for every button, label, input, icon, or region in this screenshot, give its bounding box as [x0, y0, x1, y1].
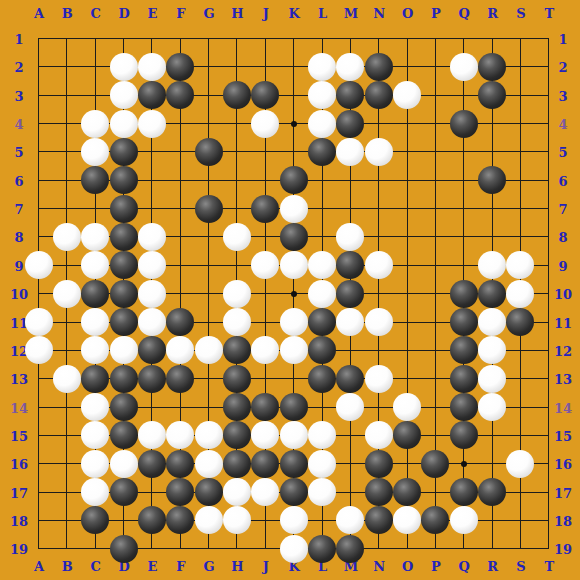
- white-stone: [138, 223, 166, 251]
- row-label-right: 16: [554, 457, 572, 472]
- row-label-left: 6: [14, 173, 23, 188]
- black-stone: [308, 308, 336, 336]
- black-stone: [336, 535, 364, 563]
- black-stone: [450, 421, 478, 449]
- row-label-right: 5: [558, 145, 567, 160]
- black-stone: [166, 308, 194, 336]
- black-stone: [110, 308, 138, 336]
- column-label-bottom: C: [91, 559, 101, 574]
- white-stone: [450, 53, 478, 81]
- grid-line-vertical: [407, 38, 408, 549]
- black-stone: [166, 450, 194, 478]
- white-stone: [308, 110, 336, 138]
- row-label-left: 16: [10, 457, 28, 472]
- column-label-top: B: [62, 6, 73, 21]
- white-stone: [81, 393, 109, 421]
- black-stone: [110, 138, 138, 166]
- white-stone: [365, 138, 393, 166]
- white-stone: [166, 336, 194, 364]
- white-stone: [25, 251, 53, 279]
- black-stone: [280, 450, 308, 478]
- row-label-right: 1: [558, 32, 567, 47]
- white-stone: [110, 336, 138, 364]
- black-stone: [110, 478, 138, 506]
- black-stone: [110, 365, 138, 393]
- black-stone: [478, 53, 506, 81]
- black-stone: [110, 223, 138, 251]
- white-stone: [223, 506, 251, 534]
- column-label-top: J: [263, 6, 269, 21]
- black-stone: [365, 53, 393, 81]
- white-stone: [280, 251, 308, 279]
- black-stone: [110, 393, 138, 421]
- column-label-bottom: T: [544, 559, 554, 574]
- column-label-top: G: [204, 6, 215, 21]
- white-stone: [223, 308, 251, 336]
- row-label-right: 10: [554, 287, 572, 302]
- row-label-right: 15: [554, 428, 572, 443]
- row-label-right: 2: [558, 60, 567, 75]
- row-label-left: 15: [10, 428, 28, 443]
- black-stone: [81, 280, 109, 308]
- white-stone: [308, 53, 336, 81]
- row-label-right: 19: [554, 542, 572, 557]
- black-stone: [280, 223, 308, 251]
- black-stone: [308, 138, 336, 166]
- column-label-top: Q: [459, 6, 470, 21]
- black-stone: [81, 166, 109, 194]
- white-stone: [308, 478, 336, 506]
- white-stone: [280, 308, 308, 336]
- row-label-left: 4: [14, 117, 23, 132]
- white-stone: [53, 280, 81, 308]
- white-stone: [53, 223, 81, 251]
- white-stone: [393, 81, 421, 109]
- black-stone: [280, 166, 308, 194]
- black-stone: [336, 251, 364, 279]
- star-point: [291, 291, 297, 297]
- white-stone: [138, 280, 166, 308]
- column-label-bottom: N: [373, 559, 385, 574]
- row-label-right: 6: [558, 173, 567, 188]
- row-label-right: 7: [558, 202, 567, 217]
- row-label-left: 13: [10, 372, 28, 387]
- white-stone: [280, 336, 308, 364]
- black-stone: [251, 450, 279, 478]
- column-label-bottom: P: [431, 559, 441, 574]
- black-stone: [336, 81, 364, 109]
- white-stone: [450, 506, 478, 534]
- white-stone: [365, 308, 393, 336]
- white-stone: [280, 195, 308, 223]
- white-stone: [81, 336, 109, 364]
- row-label-left: 2: [14, 60, 23, 75]
- black-stone: [393, 421, 421, 449]
- black-stone: [365, 506, 393, 534]
- white-stone: [25, 336, 53, 364]
- white-stone: [280, 506, 308, 534]
- column-label-top: N: [373, 6, 385, 21]
- black-stone: [138, 81, 166, 109]
- black-stone: [138, 365, 166, 393]
- black-stone: [450, 308, 478, 336]
- black-stone: [110, 166, 138, 194]
- black-stone: [81, 506, 109, 534]
- column-label-bottom: Q: [459, 559, 470, 574]
- white-stone: [308, 280, 336, 308]
- black-stone: [166, 81, 194, 109]
- column-label-bottom: R: [487, 559, 498, 574]
- row-label-right: 9: [558, 258, 567, 273]
- black-stone: [450, 478, 478, 506]
- black-stone: [251, 195, 279, 223]
- black-stone: [450, 393, 478, 421]
- column-label-bottom: A: [34, 559, 44, 574]
- column-label-top: K: [288, 6, 299, 21]
- black-stone: [195, 195, 223, 223]
- row-label-left: 18: [10, 513, 28, 528]
- white-stone: [506, 251, 534, 279]
- white-stone: [251, 251, 279, 279]
- white-stone: [251, 478, 279, 506]
- black-stone: [478, 81, 506, 109]
- black-stone: [336, 110, 364, 138]
- black-stone: [336, 365, 364, 393]
- white-stone: [506, 450, 534, 478]
- row-label-left: 10: [10, 287, 28, 302]
- black-stone: [365, 478, 393, 506]
- black-stone: [166, 478, 194, 506]
- white-stone: [81, 223, 109, 251]
- white-stone: [110, 53, 138, 81]
- black-stone: [166, 53, 194, 81]
- column-label-bottom: O: [402, 559, 413, 574]
- column-label-top: H: [231, 6, 243, 21]
- white-stone: [138, 308, 166, 336]
- column-label-top: R: [487, 6, 498, 21]
- white-stone: [110, 110, 138, 138]
- white-stone: [81, 251, 109, 279]
- black-stone: [421, 450, 449, 478]
- column-label-top: P: [431, 6, 441, 21]
- column-label-top: F: [176, 6, 185, 21]
- row-label-left: 5: [14, 145, 23, 160]
- white-stone: [81, 478, 109, 506]
- white-stone: [308, 251, 336, 279]
- black-stone: [223, 450, 251, 478]
- column-label-top: O: [402, 6, 413, 21]
- black-stone: [336, 280, 364, 308]
- white-stone: [138, 110, 166, 138]
- white-stone: [25, 308, 53, 336]
- white-stone: [336, 506, 364, 534]
- white-stone: [478, 365, 506, 393]
- white-stone: [195, 450, 223, 478]
- go-board[interactable]: AABBCCDDEEFFGGHHJJKKLLMMNNOOPPQQRRSSTT11…: [0, 0, 580, 580]
- white-stone: [138, 421, 166, 449]
- column-label-top: T: [544, 6, 554, 21]
- column-label-bottom: E: [147, 559, 157, 574]
- black-stone: [308, 535, 336, 563]
- black-stone: [280, 478, 308, 506]
- black-stone: [450, 110, 478, 138]
- white-stone: [280, 535, 308, 563]
- white-stone: [53, 365, 81, 393]
- white-stone: [223, 280, 251, 308]
- white-stone: [478, 393, 506, 421]
- column-label-top: E: [147, 6, 157, 21]
- row-label-right: 8: [558, 230, 567, 245]
- white-stone: [308, 450, 336, 478]
- row-label-right: 12: [554, 343, 572, 358]
- white-stone: [81, 421, 109, 449]
- row-label-right: 4: [558, 117, 567, 132]
- black-stone: [450, 280, 478, 308]
- white-stone: [393, 393, 421, 421]
- column-label-top: C: [91, 6, 101, 21]
- white-stone: [336, 308, 364, 336]
- white-stone: [110, 450, 138, 478]
- black-stone: [223, 393, 251, 421]
- white-stone: [195, 421, 223, 449]
- white-stone: [308, 81, 336, 109]
- black-stone: [365, 450, 393, 478]
- white-stone: [336, 138, 364, 166]
- black-stone: [506, 308, 534, 336]
- white-stone: [251, 421, 279, 449]
- black-stone: [251, 393, 279, 421]
- column-label-bottom: S: [516, 559, 525, 574]
- black-stone: [478, 280, 506, 308]
- row-label-left: 8: [14, 230, 23, 245]
- white-stone: [138, 251, 166, 279]
- row-label-right: 13: [554, 372, 572, 387]
- white-stone: [478, 251, 506, 279]
- white-stone: [478, 336, 506, 364]
- black-stone: [251, 81, 279, 109]
- row-label-left: 3: [14, 88, 23, 103]
- black-stone: [393, 478, 421, 506]
- black-stone: [110, 421, 138, 449]
- white-stone: [195, 336, 223, 364]
- white-stone: [81, 308, 109, 336]
- white-stone: [393, 506, 421, 534]
- black-stone: [478, 478, 506, 506]
- black-stone: [223, 421, 251, 449]
- white-stone: [336, 393, 364, 421]
- white-stone: [365, 365, 393, 393]
- star-point: [291, 121, 297, 127]
- black-stone: [280, 393, 308, 421]
- black-stone: [308, 365, 336, 393]
- row-label-right: 14: [554, 400, 572, 415]
- black-stone: [195, 478, 223, 506]
- white-stone: [365, 421, 393, 449]
- grid-line-vertical: [548, 38, 549, 549]
- black-stone: [110, 251, 138, 279]
- column-label-bottom: H: [231, 559, 243, 574]
- black-stone: [166, 506, 194, 534]
- column-label-top: D: [118, 6, 129, 21]
- black-stone: [195, 138, 223, 166]
- column-label-top: A: [34, 6, 44, 21]
- black-stone: [110, 280, 138, 308]
- white-stone: [280, 421, 308, 449]
- white-stone: [251, 110, 279, 138]
- column-label-top: L: [318, 6, 327, 21]
- black-stone: [81, 365, 109, 393]
- row-label-left: 1: [14, 32, 23, 47]
- white-stone: [336, 223, 364, 251]
- column-label-bottom: F: [176, 559, 185, 574]
- white-stone: [336, 53, 364, 81]
- column-label-bottom: J: [263, 559, 269, 574]
- white-stone: [195, 506, 223, 534]
- white-stone: [506, 280, 534, 308]
- black-stone: [110, 195, 138, 223]
- column-label-top: S: [516, 6, 525, 21]
- row-label-right: 11: [554, 315, 572, 330]
- white-stone: [81, 450, 109, 478]
- black-stone: [138, 336, 166, 364]
- white-stone: [81, 138, 109, 166]
- row-label-left: 19: [10, 542, 28, 557]
- white-stone: [223, 478, 251, 506]
- row-label-right: 3: [558, 88, 567, 103]
- row-label-left: 7: [14, 202, 23, 217]
- white-stone: [81, 110, 109, 138]
- black-stone: [450, 365, 478, 393]
- row-label-left: 14: [10, 400, 28, 415]
- black-stone: [450, 336, 478, 364]
- star-point: [461, 461, 467, 467]
- black-stone: [166, 365, 194, 393]
- white-stone: [478, 308, 506, 336]
- row-label-left: 9: [14, 258, 23, 273]
- white-stone: [138, 53, 166, 81]
- column-label-top: M: [344, 6, 358, 21]
- black-stone: [223, 81, 251, 109]
- row-label-right: 18: [554, 513, 572, 528]
- black-stone: [365, 81, 393, 109]
- black-stone: [308, 336, 336, 364]
- white-stone: [166, 421, 194, 449]
- black-stone: [421, 506, 449, 534]
- white-stone: [308, 421, 336, 449]
- black-stone: [223, 365, 251, 393]
- white-stone: [110, 81, 138, 109]
- black-stone: [110, 535, 138, 563]
- row-label-left: 17: [10, 485, 28, 500]
- black-stone: [138, 506, 166, 534]
- white-stone: [365, 251, 393, 279]
- black-stone: [478, 166, 506, 194]
- black-stone: [138, 450, 166, 478]
- white-stone: [223, 223, 251, 251]
- row-label-right: 17: [554, 485, 572, 500]
- white-stone: [251, 336, 279, 364]
- column-label-bottom: G: [204, 559, 215, 574]
- column-label-bottom: B: [62, 559, 73, 574]
- black-stone: [223, 336, 251, 364]
